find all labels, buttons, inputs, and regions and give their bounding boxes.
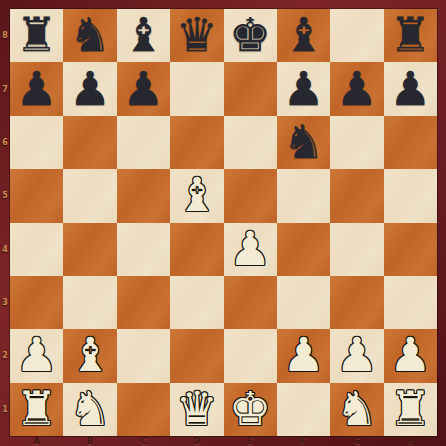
file-coordinates: ABCDEFGH (10, 436, 437, 446)
square-a7[interactable]: ♟ (10, 62, 63, 115)
file-label-f: F (277, 436, 330, 446)
square-h7[interactable]: ♟ (384, 62, 437, 115)
square-a2[interactable]: ♟ (10, 329, 63, 382)
black-queen[interactable]: ♛ (176, 11, 218, 58)
black-pawn[interactable]: ♟ (336, 65, 378, 112)
square-d8[interactable]: ♛ (170, 9, 223, 62)
square-d7[interactable] (170, 62, 223, 115)
square-g6[interactable] (330, 116, 383, 169)
square-d4[interactable] (170, 223, 223, 276)
square-a1[interactable]: ♜ (10, 383, 63, 436)
square-c1[interactable] (117, 383, 170, 436)
black-pawn[interactable]: ♟ (16, 65, 58, 112)
white-pawn[interactable]: ♟ (16, 331, 58, 378)
white-rook[interactable]: ♜ (16, 385, 58, 432)
square-c2[interactable] (117, 329, 170, 382)
white-knight[interactable]: ♞ (69, 385, 111, 432)
rank-label-4: 4 (0, 223, 10, 276)
white-knight[interactable]: ♞ (336, 385, 378, 432)
square-f2[interactable]: ♟ (277, 329, 330, 382)
black-pawn[interactable]: ♟ (122, 65, 164, 112)
square-g3[interactable] (330, 276, 383, 329)
white-queen[interactable]: ♛ (176, 385, 218, 432)
square-a8[interactable]: ♜ (10, 9, 63, 62)
rank-label-7: 7 (0, 62, 10, 115)
square-b8[interactable]: ♞ (63, 9, 116, 62)
square-c4[interactable] (117, 223, 170, 276)
file-label-a: A (10, 436, 63, 446)
chess-app-window: ♜♞♝♛♚♝♜♟♟♟♟♟♟♞♝♟♟♝♟♟♟♜♞♛♚♞♜ 87654321 ABC… (0, 0, 446, 446)
square-d3[interactable] (170, 276, 223, 329)
white-king[interactable]: ♚ (229, 385, 271, 432)
rank-coordinates: 87654321 (0, 9, 10, 436)
square-f6[interactable]: ♞ (277, 116, 330, 169)
square-g7[interactable]: ♟ (330, 62, 383, 115)
square-f1[interactable] (277, 383, 330, 436)
square-e2[interactable] (224, 329, 277, 382)
white-pawn[interactable]: ♟ (389, 331, 431, 378)
square-e4[interactable]: ♟ (224, 223, 277, 276)
square-d6[interactable] (170, 116, 223, 169)
square-f5[interactable] (277, 169, 330, 222)
square-g5[interactable] (330, 169, 383, 222)
black-king[interactable]: ♚ (229, 11, 271, 58)
square-f7[interactable]: ♟ (277, 62, 330, 115)
file-label-g: G (330, 436, 383, 446)
square-c5[interactable] (117, 169, 170, 222)
white-pawn[interactable]: ♟ (336, 331, 378, 378)
square-f3[interactable] (277, 276, 330, 329)
rank-label-6: 6 (0, 116, 10, 169)
white-bishop[interactable]: ♝ (176, 171, 218, 218)
rank-label-1: 1 (0, 383, 10, 436)
square-h2[interactable]: ♟ (384, 329, 437, 382)
black-pawn[interactable]: ♟ (389, 65, 431, 112)
square-e1[interactable]: ♚ (224, 383, 277, 436)
file-label-h: H (384, 436, 437, 446)
chess-board[interactable]: ♜♞♝♛♚♝♜♟♟♟♟♟♟♞♝♟♟♝♟♟♟♜♞♛♚♞♜ (10, 9, 437, 436)
square-b5[interactable] (63, 169, 116, 222)
file-label-d: D (170, 436, 223, 446)
square-e3[interactable] (224, 276, 277, 329)
square-c8[interactable]: ♝ (117, 9, 170, 62)
square-g1[interactable]: ♞ (330, 383, 383, 436)
square-g4[interactable] (330, 223, 383, 276)
square-b4[interactable] (63, 223, 116, 276)
square-e8[interactable]: ♚ (224, 9, 277, 62)
black-knight[interactable]: ♞ (282, 118, 324, 165)
file-label-b: B (63, 436, 116, 446)
white-pawn[interactable]: ♟ (229, 225, 271, 272)
square-c3[interactable] (117, 276, 170, 329)
square-h1[interactable]: ♜ (384, 383, 437, 436)
square-d5[interactable]: ♝ (170, 169, 223, 222)
square-d1[interactable]: ♛ (170, 383, 223, 436)
square-h4[interactable] (384, 223, 437, 276)
rank-label-5: 5 (0, 169, 10, 222)
square-h6[interactable] (384, 116, 437, 169)
square-b7[interactable]: ♟ (63, 62, 116, 115)
square-a5[interactable] (10, 169, 63, 222)
square-c6[interactable] (117, 116, 170, 169)
black-rook[interactable]: ♜ (16, 11, 58, 58)
square-h3[interactable] (384, 276, 437, 329)
rank-label-2: 2 (0, 329, 10, 382)
black-bishop[interactable]: ♝ (282, 11, 324, 58)
white-pawn[interactable]: ♟ (282, 331, 324, 378)
square-a3[interactable] (10, 276, 63, 329)
square-b3[interactable] (63, 276, 116, 329)
square-e7[interactable] (224, 62, 277, 115)
square-h8[interactable]: ♜ (384, 9, 437, 62)
black-rook[interactable]: ♜ (389, 11, 431, 58)
rank-label-8: 8 (0, 9, 10, 62)
square-f8[interactable]: ♝ (277, 9, 330, 62)
file-label-c: C (117, 436, 170, 446)
square-a6[interactable] (10, 116, 63, 169)
rank-label-3: 3 (0, 276, 10, 329)
square-c7[interactable]: ♟ (117, 62, 170, 115)
black-pawn[interactable]: ♟ (69, 65, 111, 112)
square-h5[interactable] (384, 169, 437, 222)
black-pawn[interactable]: ♟ (282, 65, 324, 112)
square-b6[interactable] (63, 116, 116, 169)
square-g8[interactable] (330, 9, 383, 62)
square-a4[interactable] (10, 223, 63, 276)
file-label-e: E (224, 436, 277, 446)
square-b1[interactable]: ♞ (63, 383, 116, 436)
square-b2[interactable]: ♝ (63, 329, 116, 382)
white-bishop[interactable]: ♝ (69, 331, 111, 378)
square-g2[interactable]: ♟ (330, 329, 383, 382)
square-e6[interactable] (224, 116, 277, 169)
square-d2[interactable] (170, 329, 223, 382)
square-f4[interactable] (277, 223, 330, 276)
square-e5[interactable] (224, 169, 277, 222)
black-knight[interactable]: ♞ (69, 11, 111, 58)
white-rook[interactable]: ♜ (389, 385, 431, 432)
black-bishop[interactable]: ♝ (122, 11, 164, 58)
